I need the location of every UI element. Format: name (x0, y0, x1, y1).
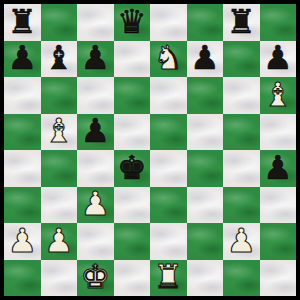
square-e8[interactable] (150, 4, 187, 41)
square-c3[interactable]: ♟ (77, 187, 114, 224)
square-e7[interactable]: ♞ (150, 41, 187, 78)
square-b8[interactable] (41, 4, 78, 41)
square-c7[interactable]: ♟ (77, 41, 114, 78)
black-rook-a8: ♜ (7, 5, 37, 38)
square-d4[interactable]: ♚ (114, 150, 151, 187)
square-g2[interactable]: ♟ (223, 223, 260, 260)
square-g1[interactable] (223, 260, 260, 297)
square-g5[interactable] (223, 114, 260, 151)
square-h4[interactable]: ♟ (260, 150, 297, 187)
square-e6[interactable] (150, 77, 187, 114)
chessboard: ♜♛♜♟♝♟♞♟♟♝♝♟♚♟♟♟♟♟♚♜ (4, 4, 296, 296)
square-d1[interactable] (114, 260, 151, 297)
square-c5[interactable]: ♟ (77, 114, 114, 151)
square-b6[interactable] (41, 77, 78, 114)
square-a5[interactable] (4, 114, 41, 151)
square-h3[interactable] (260, 187, 297, 224)
black-pawn-h7: ♟ (263, 41, 293, 74)
square-b7[interactable]: ♝ (41, 41, 78, 78)
square-g8[interactable]: ♜ (223, 4, 260, 41)
square-d7[interactable] (114, 41, 151, 78)
square-b3[interactable] (41, 187, 78, 224)
square-d2[interactable] (114, 223, 151, 260)
square-b2[interactable]: ♟ (41, 223, 78, 260)
black-bishop-b7: ♝ (44, 41, 74, 74)
square-f6[interactable] (187, 77, 224, 114)
square-d3[interactable] (114, 187, 151, 224)
white-knight-e7: ♞ (153, 41, 183, 74)
square-a7[interactable]: ♟ (4, 41, 41, 78)
square-h5[interactable] (260, 114, 297, 151)
square-a2[interactable]: ♟ (4, 223, 41, 260)
square-e5[interactable] (150, 114, 187, 151)
square-f3[interactable] (187, 187, 224, 224)
black-pawn-f7: ♟ (190, 41, 220, 74)
white-pawn-g2: ♟ (226, 224, 256, 257)
square-e1[interactable]: ♜ (150, 260, 187, 297)
black-king-d4: ♚ (117, 151, 147, 184)
square-a1[interactable] (4, 260, 41, 297)
square-b5[interactable]: ♝ (41, 114, 78, 151)
square-b4[interactable] (41, 150, 78, 187)
square-h1[interactable] (260, 260, 297, 297)
square-a6[interactable] (4, 77, 41, 114)
square-g6[interactable] (223, 77, 260, 114)
square-b1[interactable] (41, 260, 78, 297)
chessboard-frame: ♜♛♜♟♝♟♞♟♟♝♝♟♚♟♟♟♟♟♚♜ (0, 0, 300, 300)
square-a4[interactable] (4, 150, 41, 187)
square-f2[interactable] (187, 223, 224, 260)
square-h7[interactable]: ♟ (260, 41, 297, 78)
square-h8[interactable] (260, 4, 297, 41)
white-bishop-b5: ♝ (44, 114, 74, 147)
black-rook-g8: ♜ (226, 5, 256, 38)
square-e3[interactable] (150, 187, 187, 224)
square-a8[interactable]: ♜ (4, 4, 41, 41)
square-d8[interactable]: ♛ (114, 4, 151, 41)
square-c1[interactable]: ♚ (77, 260, 114, 297)
white-pawn-a2: ♟ (7, 224, 37, 257)
black-queen-d8: ♛ (117, 5, 147, 38)
square-d6[interactable] (114, 77, 151, 114)
square-g4[interactable] (223, 150, 260, 187)
square-f1[interactable] (187, 260, 224, 297)
square-h2[interactable] (260, 223, 297, 260)
square-g3[interactable] (223, 187, 260, 224)
white-pawn-c3: ♟ (80, 187, 110, 220)
black-pawn-h4: ♟ (263, 151, 293, 184)
white-bishop-h6: ♝ (263, 78, 293, 111)
black-pawn-c5: ♟ (80, 114, 110, 147)
square-c4[interactable] (77, 150, 114, 187)
square-c6[interactable] (77, 77, 114, 114)
square-g7[interactable] (223, 41, 260, 78)
square-e4[interactable] (150, 150, 187, 187)
square-e2[interactable] (150, 223, 187, 260)
square-d5[interactable] (114, 114, 151, 151)
square-c2[interactable] (77, 223, 114, 260)
black-pawn-c7: ♟ (80, 41, 110, 74)
white-pawn-b2: ♟ (44, 224, 74, 257)
square-f8[interactable] (187, 4, 224, 41)
square-f7[interactable]: ♟ (187, 41, 224, 78)
white-king-c1: ♚ (80, 260, 110, 293)
square-f4[interactable] (187, 150, 224, 187)
black-pawn-a7: ♟ (7, 41, 37, 74)
white-rook-e1: ♜ (153, 260, 183, 293)
square-h6[interactable]: ♝ (260, 77, 297, 114)
square-f5[interactable] (187, 114, 224, 151)
square-a3[interactable] (4, 187, 41, 224)
square-c8[interactable] (77, 4, 114, 41)
